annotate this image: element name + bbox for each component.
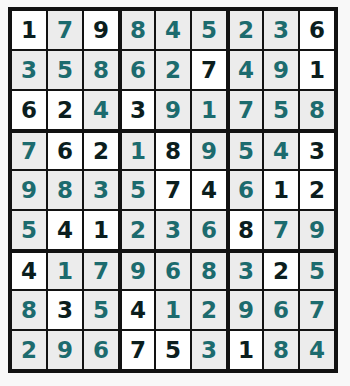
cell-r7c8[interactable]: 2 — [264, 251, 298, 289]
cell-r8c5[interactable]: 1 — [156, 291, 190, 329]
cell-r9c8[interactable]: 8 — [264, 331, 298, 369]
cell-r3c9[interactable]: 8 — [300, 91, 334, 129]
cell-r4c1[interactable]: 7 — [12, 131, 46, 169]
cell-r8c9[interactable]: 7 — [300, 291, 334, 329]
cell-r1c5[interactable]: 4 — [156, 11, 190, 49]
cell-r9c3[interactable]: 6 — [84, 331, 118, 369]
cell-r8c7[interactable]: 9 — [228, 291, 262, 329]
cell-r1c4[interactable]: 8 — [120, 11, 154, 49]
sudoku-page: 1798452363586274916243917587621895439835… — [0, 0, 350, 386]
cell-r7c2[interactable]: 1 — [48, 251, 82, 289]
cell-r4c2[interactable]: 6 — [48, 131, 82, 169]
cell-r6c5[interactable]: 3 — [156, 211, 190, 249]
cell-r2c5[interactable]: 2 — [156, 51, 190, 89]
cell-r3c2[interactable]: 2 — [48, 91, 82, 129]
cell-r4c6[interactable]: 9 — [192, 131, 226, 169]
cell-r4c4[interactable]: 1 — [120, 131, 154, 169]
cell-r2c7[interactable]: 4 — [228, 51, 262, 89]
cell-r5c4[interactable]: 5 — [120, 171, 154, 209]
cell-r9c9[interactable]: 4 — [300, 331, 334, 369]
cell-r3c5[interactable]: 9 — [156, 91, 190, 129]
cell-r8c2[interactable]: 3 — [48, 291, 82, 329]
cell-r3c6[interactable]: 1 — [192, 91, 226, 129]
cell-r8c8[interactable]: 6 — [264, 291, 298, 329]
cell-r7c9[interactable]: 5 — [300, 251, 334, 289]
cell-r3c4[interactable]: 3 — [120, 91, 154, 129]
cell-r7c1[interactable]: 4 — [12, 251, 46, 289]
cell-r2c2[interactable]: 5 — [48, 51, 82, 89]
cell-r1c9[interactable]: 6 — [300, 11, 334, 49]
cell-r5c2[interactable]: 8 — [48, 171, 82, 209]
cell-r1c7[interactable]: 2 — [228, 11, 262, 49]
cell-r5c6[interactable]: 4 — [192, 171, 226, 209]
cell-r6c7[interactable]: 8 — [228, 211, 262, 249]
cell-r7c4[interactable]: 9 — [120, 251, 154, 289]
cell-r1c3[interactable]: 9 — [84, 11, 118, 49]
sudoku-board: 1798452363586274916243917587621895439835… — [8, 7, 338, 373]
cell-r2c4[interactable]: 6 — [120, 51, 154, 89]
cell-r9c1[interactable]: 2 — [12, 331, 46, 369]
cell-r6c9[interactable]: 9 — [300, 211, 334, 249]
cell-r3c8[interactable]: 5 — [264, 91, 298, 129]
cell-r7c6[interactable]: 8 — [192, 251, 226, 289]
cell-r5c1[interactable]: 9 — [12, 171, 46, 209]
cell-r2c6[interactable]: 7 — [192, 51, 226, 89]
cell-r4c8[interactable]: 4 — [264, 131, 298, 169]
cell-r2c1[interactable]: 3 — [12, 51, 46, 89]
cell-r4c7[interactable]: 5 — [228, 131, 262, 169]
cell-r7c3[interactable]: 7 — [84, 251, 118, 289]
cell-r8c4[interactable]: 4 — [120, 291, 154, 329]
cell-r3c1[interactable]: 6 — [12, 91, 46, 129]
cell-r6c8[interactable]: 7 — [264, 211, 298, 249]
cell-r9c2[interactable]: 9 — [48, 331, 82, 369]
cell-r1c1[interactable]: 1 — [12, 11, 46, 49]
cell-r6c6[interactable]: 6 — [192, 211, 226, 249]
cell-r6c4[interactable]: 2 — [120, 211, 154, 249]
cell-r4c3[interactable]: 2 — [84, 131, 118, 169]
cell-r6c2[interactable]: 4 — [48, 211, 82, 249]
cell-r7c7[interactable]: 3 — [228, 251, 262, 289]
cell-r5c9[interactable]: 2 — [300, 171, 334, 209]
cell-r5c5[interactable]: 7 — [156, 171, 190, 209]
cell-r1c6[interactable]: 5 — [192, 11, 226, 49]
cell-r9c7[interactable]: 1 — [228, 331, 262, 369]
cell-r8c3[interactable]: 5 — [84, 291, 118, 329]
cell-r2c9[interactable]: 1 — [300, 51, 334, 89]
cell-r6c1[interactable]: 5 — [12, 211, 46, 249]
cell-r9c4[interactable]: 7 — [120, 331, 154, 369]
cell-r1c2[interactable]: 7 — [48, 11, 82, 49]
cell-r4c5[interactable]: 8 — [156, 131, 190, 169]
cell-r8c6[interactable]: 2 — [192, 291, 226, 329]
cell-r2c3[interactable]: 8 — [84, 51, 118, 89]
cell-r5c3[interactable]: 3 — [84, 171, 118, 209]
cell-r8c1[interactable]: 8 — [12, 291, 46, 329]
cell-r9c5[interactable]: 5 — [156, 331, 190, 369]
cell-r2c8[interactable]: 9 — [264, 51, 298, 89]
cell-r3c7[interactable]: 7 — [228, 91, 262, 129]
cell-r5c7[interactable]: 6 — [228, 171, 262, 209]
cell-r9c6[interactable]: 3 — [192, 331, 226, 369]
cell-r4c9[interactable]: 3 — [300, 131, 334, 169]
cell-r7c5[interactable]: 6 — [156, 251, 190, 289]
cell-r5c8[interactable]: 1 — [264, 171, 298, 209]
cell-r6c3[interactable]: 1 — [84, 211, 118, 249]
cell-r1c8[interactable]: 3 — [264, 11, 298, 49]
cell-r3c3[interactable]: 4 — [84, 91, 118, 129]
